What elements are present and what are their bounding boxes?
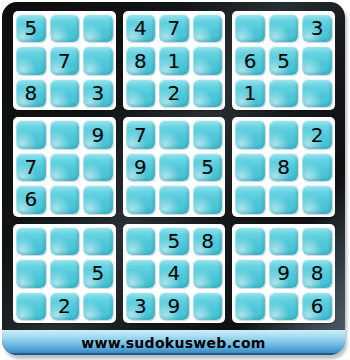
cell-r1c2[interactable]	[50, 14, 80, 42]
cell-r7c8[interactable]	[269, 227, 299, 255]
block-7: 52	[13, 224, 116, 323]
cell-r8c5[interactable]: 4	[159, 259, 189, 287]
cell-r6c2[interactable]	[50, 185, 80, 213]
sudoku-board: 5783478123651976795285258439986	[13, 11, 335, 323]
cell-r1c4[interactable]: 4	[126, 14, 156, 42]
cell-r3c9[interactable]	[302, 79, 332, 107]
site-url: www.sudokusweb.com	[81, 335, 265, 351]
block-8: 58439	[123, 224, 226, 323]
cell-r3c6[interactable]	[193, 79, 223, 107]
cell-r7c6[interactable]: 8	[193, 227, 223, 255]
cell-r5c9[interactable]	[302, 153, 332, 181]
block-3: 3651	[232, 11, 335, 110]
cell-r6c5[interactable]	[159, 185, 189, 213]
cell-r4c2[interactable]	[50, 120, 80, 148]
block-2: 47812	[123, 11, 226, 110]
cell-r9c7[interactable]	[235, 292, 265, 320]
cell-r3c2[interactable]	[50, 79, 80, 107]
sudoku-plaque: 5783478123651976795285258439986 www.sudo…	[2, 2, 345, 355]
cell-r9c5[interactable]: 9	[159, 292, 189, 320]
board-area: 5783478123651976795285258439986	[2, 2, 345, 330]
cell-r2c8[interactable]: 5	[269, 46, 299, 74]
cell-r1c7[interactable]	[235, 14, 265, 42]
cell-r6c7[interactable]	[235, 185, 265, 213]
cell-r4c4[interactable]: 7	[126, 120, 156, 148]
cell-r4c5[interactable]	[159, 120, 189, 148]
cell-r8c1[interactable]	[16, 259, 46, 287]
cell-r3c4[interactable]	[126, 79, 156, 107]
cell-r2c3[interactable]	[83, 46, 113, 74]
cell-r2c5[interactable]: 1	[159, 46, 189, 74]
footer-band: www.sudokusweb.com	[2, 330, 345, 355]
cell-r6c3[interactable]	[83, 185, 113, 213]
cell-r4c1[interactable]	[16, 120, 46, 148]
cell-r6c6[interactable]	[193, 185, 223, 213]
cell-r4c7[interactable]	[235, 120, 265, 148]
cell-r5c8[interactable]: 8	[269, 153, 299, 181]
cell-r6c9[interactable]	[302, 185, 332, 213]
cell-r9c1[interactable]	[16, 292, 46, 320]
cell-r3c5[interactable]: 2	[159, 79, 189, 107]
cell-r6c8[interactable]	[269, 185, 299, 213]
cell-r1c8[interactable]	[269, 14, 299, 42]
cell-r1c3[interactable]	[83, 14, 113, 42]
cell-r8c4[interactable]	[126, 259, 156, 287]
block-9: 986	[232, 224, 335, 323]
cell-r5c2[interactable]	[50, 153, 80, 181]
cell-r8c2[interactable]	[50, 259, 80, 287]
cell-r8c3[interactable]: 5	[83, 259, 113, 287]
cell-r8c9[interactable]: 8	[302, 259, 332, 287]
cell-r5c5[interactable]	[159, 153, 189, 181]
cell-r2c9[interactable]	[302, 46, 332, 74]
cell-r2c2[interactable]: 7	[50, 46, 80, 74]
cell-r4c3[interactable]: 9	[83, 120, 113, 148]
cell-r3c3[interactable]: 3	[83, 79, 113, 107]
cell-r1c6[interactable]	[193, 14, 223, 42]
cell-r7c5[interactable]: 5	[159, 227, 189, 255]
cell-r9c4[interactable]: 3	[126, 292, 156, 320]
cell-r5c3[interactable]	[83, 153, 113, 181]
block-5: 795	[123, 117, 226, 216]
block-1: 5783	[13, 11, 116, 110]
cell-r1c1[interactable]: 5	[16, 14, 46, 42]
cell-r7c4[interactable]	[126, 227, 156, 255]
cell-r3c8[interactable]	[269, 79, 299, 107]
cell-r7c3[interactable]	[83, 227, 113, 255]
cell-r5c1[interactable]: 7	[16, 153, 46, 181]
cell-r2c6[interactable]	[193, 46, 223, 74]
cell-r1c5[interactable]: 7	[159, 14, 189, 42]
cell-r5c6[interactable]: 5	[193, 153, 223, 181]
cell-r9c3[interactable]	[83, 292, 113, 320]
cell-r4c9[interactable]: 2	[302, 120, 332, 148]
cell-r5c7[interactable]	[235, 153, 265, 181]
cell-r9c6[interactable]	[193, 292, 223, 320]
cell-r7c7[interactable]	[235, 227, 265, 255]
block-4: 976	[13, 117, 116, 216]
cell-r9c2[interactable]: 2	[50, 292, 80, 320]
cell-r9c8[interactable]	[269, 292, 299, 320]
cell-r8c8[interactable]: 9	[269, 259, 299, 287]
cell-r9c9[interactable]: 6	[302, 292, 332, 320]
cell-r4c8[interactable]	[269, 120, 299, 148]
cell-r3c1[interactable]: 8	[16, 79, 46, 107]
block-6: 28	[232, 117, 335, 216]
cell-r8c7[interactable]	[235, 259, 265, 287]
cell-r7c9[interactable]	[302, 227, 332, 255]
cell-r1c9[interactable]: 3	[302, 14, 332, 42]
cell-r8c6[interactable]	[193, 259, 223, 287]
cell-r7c1[interactable]	[16, 227, 46, 255]
cell-r4c6[interactable]	[193, 120, 223, 148]
cell-r2c4[interactable]: 8	[126, 46, 156, 74]
cell-r6c1[interactable]: 6	[16, 185, 46, 213]
cell-r2c1[interactable]	[16, 46, 46, 74]
cell-r7c2[interactable]	[50, 227, 80, 255]
cell-r5c4[interactable]: 9	[126, 153, 156, 181]
cell-r2c7[interactable]: 6	[235, 46, 265, 74]
cell-r3c7[interactable]: 1	[235, 79, 265, 107]
cell-r6c4[interactable]	[126, 185, 156, 213]
